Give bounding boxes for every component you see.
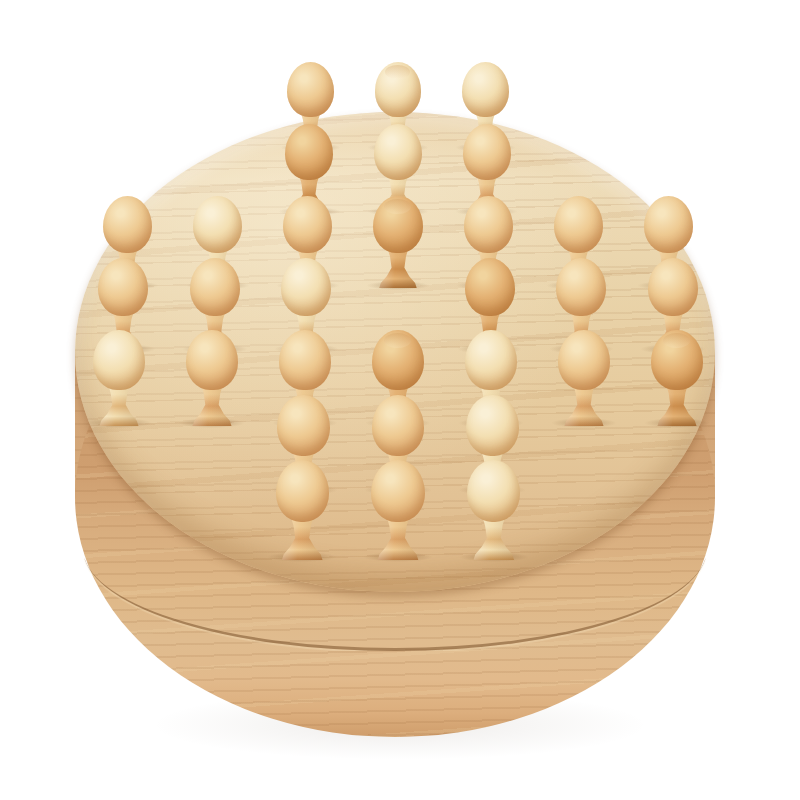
peg-head [287,62,334,117]
peg-head [556,258,606,316]
peg-head [648,258,698,316]
peg-head [186,330,237,390]
peg-head [103,196,152,253]
peg-head [281,258,331,316]
peg-head [651,330,702,390]
peg-e7[interactable] [465,460,523,560]
peg-head [465,258,515,316]
peg-c7[interactable] [273,460,331,560]
peg-head [193,196,242,253]
peg-head [190,258,240,316]
peg-head [372,395,424,456]
peg-head [277,395,329,456]
solitaire-scene [0,0,800,800]
peg-head [464,196,513,253]
peg-head [285,124,333,180]
peg-head [467,460,520,522]
peg-head [466,395,518,456]
peg-head [554,196,603,253]
peg-head [463,124,511,180]
peg-d7[interactable] [369,460,427,560]
peg-head [279,330,330,390]
peg-head [93,330,144,390]
peg-head [373,196,422,253]
peg-head [98,258,148,316]
peg-f5[interactable] [556,330,612,426]
peg-head [558,330,609,390]
peg-head [462,62,509,117]
peg-head [375,62,422,117]
peg-head [276,460,329,522]
peg-head [372,330,423,390]
peg-head [644,196,693,253]
peg-b5[interactable] [184,330,240,426]
peg-head [283,196,332,253]
peg-head [374,124,422,180]
peg-head [371,460,424,522]
peg-a5[interactable] [91,330,147,426]
peg-d3[interactable] [371,196,424,288]
peg-head [465,330,516,390]
peg-g5[interactable] [649,330,705,426]
